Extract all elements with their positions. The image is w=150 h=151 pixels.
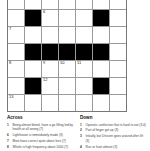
grid-cell[interactable]: 13 xyxy=(8,95,24,111)
clue-text: Being almost blond, have a go filling le… xyxy=(13,123,77,132)
grid-cell[interactable]: 7 xyxy=(8,27,24,43)
cell-number: 9 xyxy=(43,61,45,66)
black-cell xyxy=(93,10,109,26)
cell-number: 13 xyxy=(9,95,13,100)
grid-cell[interactable]: 6 xyxy=(42,10,58,26)
down-clue: 2Part of finger got up (3) xyxy=(80,128,147,132)
clue-number: 1 xyxy=(80,123,84,127)
clue-text: Operatic confection that is hard to eat … xyxy=(86,123,148,127)
grid-cell[interactable] xyxy=(59,78,75,94)
grid-cell[interactable] xyxy=(8,78,24,94)
clue-text: Most have correct quite about less (7) xyxy=(13,139,77,143)
clue-text: Part of finger got up (3) xyxy=(86,128,148,132)
grid-cell[interactable]: 12 xyxy=(42,78,58,94)
black-cell xyxy=(25,10,41,26)
grid-cell[interactable]: 11 xyxy=(76,61,92,77)
grid-cell[interactable] xyxy=(110,61,126,77)
cell-number: 6 xyxy=(43,10,45,15)
grid-cell[interactable]: 8 xyxy=(8,61,24,77)
grid-cell[interactable]: 1 xyxy=(8,0,24,9)
clue-number: 3 xyxy=(80,134,84,143)
clue-number: 4 xyxy=(80,145,84,149)
grid-cell[interactable] xyxy=(59,10,75,26)
grid-cell[interactable]: 10 xyxy=(59,61,75,77)
grid-cell[interactable] xyxy=(93,27,109,43)
cell-number: 11 xyxy=(77,61,81,66)
down-clues-section: Down 1Operatic confection that is hard t… xyxy=(80,115,147,150)
clue-number: 2 xyxy=(80,128,84,132)
grid-cell[interactable] xyxy=(76,95,92,111)
black-cell xyxy=(76,44,92,60)
black-cell xyxy=(25,44,41,60)
cell-number: 12 xyxy=(43,78,47,83)
grid-cell[interactable] xyxy=(76,27,92,43)
grid-cell[interactable] xyxy=(8,44,24,60)
black-cell xyxy=(93,44,109,60)
clue-text: Run or hunt almost (3) xyxy=(86,145,148,149)
clue-number: 1 xyxy=(7,123,11,132)
grid-cell[interactable] xyxy=(8,10,24,26)
across-clue: 7Most have correct quite about less (7) xyxy=(7,139,76,143)
grid-cell[interactable]: 3 xyxy=(59,0,75,9)
cell-number: 7 xyxy=(9,27,11,32)
grid-cell[interactable] xyxy=(110,27,126,43)
black-cell xyxy=(93,78,109,94)
grid-cell[interactable] xyxy=(110,44,126,60)
grid-cell[interactable]: 2 xyxy=(42,0,58,9)
grid-cell[interactable]: 4 xyxy=(76,0,92,9)
clue-number: 7 xyxy=(7,139,11,143)
black-cell xyxy=(42,44,58,60)
grid-cell[interactable] xyxy=(110,95,126,111)
clue-text: Whole is high frequency about 1000 (7) xyxy=(13,145,77,149)
grid-cell[interactable] xyxy=(110,78,126,94)
grid-cell[interactable] xyxy=(25,61,41,77)
down-clue: 4Run or hunt almost (3) xyxy=(80,145,147,149)
across-clue: 1Being almost blond, have a go filling l… xyxy=(7,123,76,132)
black-cell xyxy=(59,44,75,60)
across-clues-section: Across 1Being almost blond, have a go fi… xyxy=(7,115,76,150)
grid-cell[interactable] xyxy=(25,27,41,43)
grid-cell[interactable] xyxy=(25,0,41,9)
crossword-page: 12345678910111213 Across 1Being almost b… xyxy=(0,0,150,150)
across-clue: 8Whole is high frequency about 1000 (7) xyxy=(7,145,76,149)
crossword-grid: 12345678910111213 xyxy=(7,0,127,112)
clue-number: 8 xyxy=(7,145,11,149)
down-header: Down xyxy=(80,115,147,120)
clue-text: Initially, but Unicorn goes around after… xyxy=(86,134,148,143)
grid-cell[interactable] xyxy=(110,10,126,26)
grid-cell[interactable] xyxy=(93,61,109,77)
grid-cell[interactable] xyxy=(93,0,109,9)
clue-number: 6 xyxy=(7,133,11,137)
down-clue: 1Operatic confection that is hard to eat… xyxy=(80,123,147,127)
down-clue-list: 1Operatic confection that is hard to eat… xyxy=(80,123,147,151)
grid-cell[interactable] xyxy=(42,27,58,43)
down-clue: 3Initially, but Unicorn goes around afte… xyxy=(80,134,147,143)
cell-number: 8 xyxy=(9,61,11,66)
across-clue-list: 1Being almost blond, have a go filling l… xyxy=(7,123,76,151)
grid-cell[interactable] xyxy=(93,95,109,111)
grid-cell[interactable]: 5 xyxy=(110,0,126,9)
grid-cell[interactable]: 9 xyxy=(42,61,58,77)
grid-cell[interactable] xyxy=(76,10,92,26)
across-clue: 6Lighthouse is immediately made (3) xyxy=(7,133,76,137)
grid-cell[interactable] xyxy=(59,95,75,111)
cell-number: 10 xyxy=(60,61,64,66)
across-header: Across xyxy=(7,115,76,120)
clue-text: Lighthouse is immediately made (3) xyxy=(13,133,77,137)
grid-cell[interactable] xyxy=(59,27,75,43)
black-cell xyxy=(25,78,41,94)
grid-cell[interactable] xyxy=(25,95,41,111)
grid-cell[interactable] xyxy=(76,78,92,94)
grid-cell[interactable] xyxy=(42,95,58,111)
